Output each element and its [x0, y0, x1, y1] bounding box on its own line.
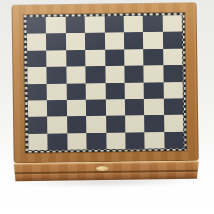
- square-b8[interactable]: [46, 17, 66, 34]
- perspective-scene: [0, 0, 214, 214]
- square-e1[interactable]: [106, 132, 126, 149]
- board-lid: [12, 2, 199, 163]
- box-front-panel: [14, 161, 199, 182]
- square-h1[interactable]: [164, 131, 184, 148]
- board-lid-wrap: [11, 0, 199, 163]
- photo-backdrop: [0, 0, 214, 214]
- square-a1[interactable]: [28, 133, 48, 150]
- square-e8[interactable]: [104, 16, 124, 33]
- square-c1[interactable]: [67, 133, 87, 150]
- inlay-trim-border: [24, 13, 187, 153]
- lid-seam: [14, 170, 199, 175]
- square-a8[interactable]: [27, 17, 47, 34]
- square-c8[interactable]: [65, 17, 85, 34]
- square-h8[interactable]: [162, 15, 182, 32]
- square-d8[interactable]: [85, 16, 105, 33]
- square-b1[interactable]: [48, 133, 68, 150]
- chess-box: [0, 0, 214, 214]
- board-grid: [27, 15, 184, 150]
- square-g8[interactable]: [143, 15, 163, 32]
- square-d1[interactable]: [86, 133, 106, 150]
- square-f8[interactable]: [124, 16, 144, 33]
